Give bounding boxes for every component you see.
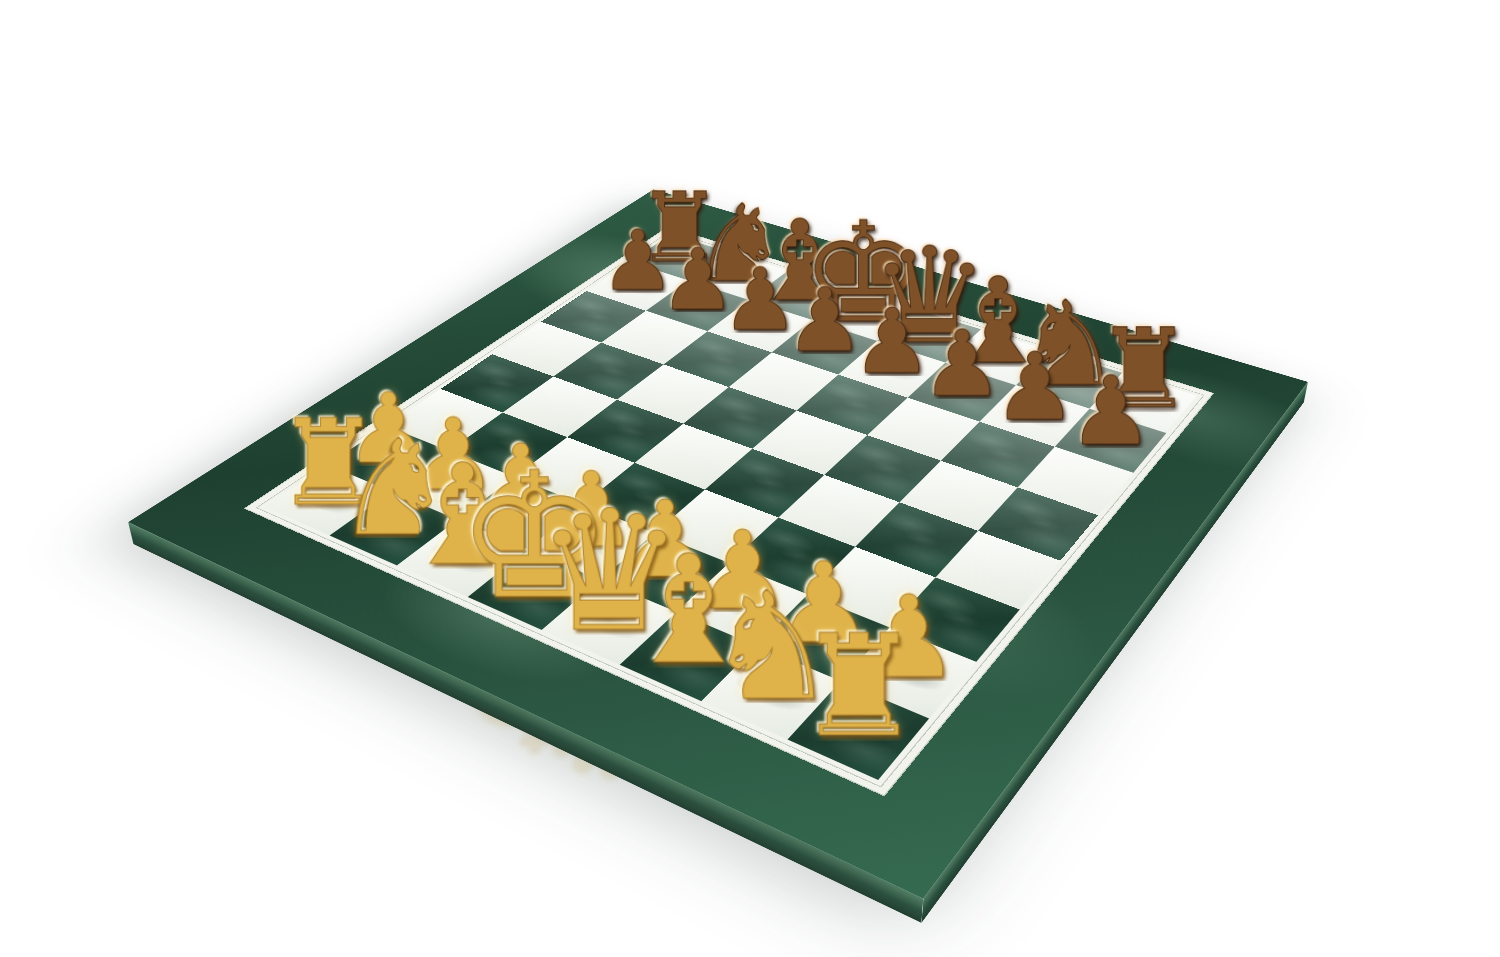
piece-black-pawn: ♟ xyxy=(1068,364,1153,459)
square-a1: ♜ xyxy=(788,681,930,780)
product-photo-stage: ♜♞♝♚♛♝♞♜♟♟♟♟♟♟♟♟♟♟♟♟♟♟♟♟♜♞♝♚♛♝♞♜ xyxy=(0,0,1500,957)
square-b5 xyxy=(900,461,1018,531)
piece-white-rook: ♜ xyxy=(796,617,922,757)
chess-board: ♜♞♝♚♛♝♞♜♟♟♟♟♟♟♟♟♟♟♟♟♟♟♟♟♜♞♝♚♛♝♞♜ xyxy=(128,189,1308,899)
square-d5 xyxy=(752,411,867,475)
piece-black-pawn: ♟ xyxy=(993,340,1077,433)
board-grid: ♜♞♝♚♛♝♞♜♟♟♟♟♟♟♟♟♟♟♟♟♟♟♟♟♜♞♝♚♛♝♞♜ xyxy=(265,234,1197,780)
piece-black-pawn: ♟ xyxy=(921,318,1003,410)
